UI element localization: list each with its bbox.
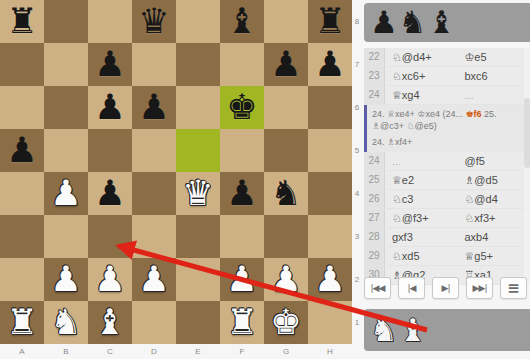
square-a2[interactable]: [0, 258, 44, 301]
square-b8[interactable]: [44, 0, 88, 43]
square-e1[interactable]: [176, 301, 220, 344]
square-g5[interactable]: [264, 129, 308, 172]
move-number: 22: [364, 48, 385, 66]
square-a5[interactable]: ♟: [0, 129, 44, 172]
black-rook-h8[interactable]: ♜: [308, 0, 352, 43]
nav-controls: |◀◀|◀▶|▶▶|≡: [364, 274, 524, 302]
white-pocket-tray: ♞♝: [364, 309, 530, 351]
square-e4[interactable]: ♛: [176, 172, 220, 215]
move-list: 22♘@d4+♔e523♘xc6+bxc624♕xg4...24. ♕xe4+ …: [364, 48, 530, 285]
white-move[interactable]: ♘xd5: [385, 247, 458, 265]
square-b6[interactable]: [44, 86, 88, 129]
white-move[interactable]: ♕e2: [385, 171, 458, 189]
rank-label-5: 5: [352, 129, 362, 172]
rank-label-8: 8: [352, 0, 362, 43]
black-move[interactable]: ♕g5+: [458, 247, 530, 265]
square-b2[interactable]: ♟: [44, 258, 88, 301]
white-move[interactable]: ♕xg4: [385, 86, 458, 104]
square-h6[interactable]: [308, 86, 352, 129]
square-c1[interactable]: ♝: [88, 301, 132, 344]
white-pawn-d2[interactable]: ♟: [132, 258, 176, 301]
square-d5[interactable]: [132, 129, 176, 172]
variation-alt[interactable]: 24. ♗xf4+: [372, 136, 525, 148]
square-b5[interactable]: [44, 129, 88, 172]
square-c5[interactable]: [88, 129, 132, 172]
square-e3[interactable]: [176, 215, 220, 258]
square-f8[interactable]: ♝: [220, 0, 264, 43]
first-button[interactable]: |◀◀: [364, 277, 391, 299]
square-h1[interactable]: [308, 301, 352, 344]
square-c6[interactable]: ♟: [88, 86, 132, 129]
square-c4[interactable]: ♟: [88, 172, 132, 215]
move-row-25: 25♕e2♗@d5: [364, 171, 530, 190]
move-number: 25: [364, 171, 385, 189]
file-label-A: A: [0, 343, 44, 359]
black-move[interactable]: ♘xf3+: [458, 209, 530, 227]
move-row-26: 26♘c3♘@d4: [364, 190, 530, 209]
white-move[interactable]: gxf3: [385, 228, 458, 246]
file-label-E: E: [176, 343, 220, 359]
square-h4[interactable]: [308, 172, 352, 215]
white-move[interactable]: ♘xc6+: [385, 67, 458, 85]
black-move[interactable]: ♘@d4: [458, 190, 530, 208]
move-row-27: 27♘@f3+♘xf3+: [364, 209, 530, 228]
square-c2[interactable]: ♟: [88, 258, 132, 301]
white-move[interactable]: ...: [385, 152, 458, 170]
move-row-22: 22♘@d4+♔e5: [364, 48, 530, 67]
black-pocket-tray: ♟♞♝: [364, 3, 530, 42]
black-move[interactable]: ...: [458, 86, 530, 104]
white-bishop-c1[interactable]: ♝: [88, 301, 132, 344]
rank-label-4: 4: [352, 172, 362, 215]
square-a3[interactable]: [0, 215, 44, 258]
variation-text[interactable]: 24. ♕xe4+ ♔xe4 (24...: [372, 109, 465, 119]
square-f1[interactable]: ♜: [220, 301, 264, 344]
black-pocket-pawn[interactable]: ♟: [370, 7, 398, 38]
square-g2[interactable]: ♟: [264, 258, 308, 301]
white-king-g1[interactable]: ♚: [264, 301, 308, 344]
white-knight-b1[interactable]: ♞: [44, 301, 88, 344]
square-h8[interactable]: ♜: [308, 0, 352, 43]
file-label-G: G: [264, 343, 308, 359]
move-number: 24: [364, 152, 385, 170]
black-pawn-c6[interactable]: ♟: [88, 86, 132, 129]
move-number: 28: [364, 228, 385, 246]
square-h7[interactable]: ♟: [308, 43, 352, 86]
square-d7[interactable]: [132, 43, 176, 86]
square-d2[interactable]: ♟: [132, 258, 176, 301]
rank-label-1: 1: [352, 301, 362, 344]
menu-button[interactable]: ≡: [500, 277, 527, 299]
square-f4[interactable]: ♟: [220, 172, 264, 215]
black-pawn-g7[interactable]: ♟: [264, 43, 308, 86]
white-move[interactable]: ♘@f3+: [385, 209, 458, 227]
chess-board: ♜♛♝♜♟♟♟♟♟♚♟♟♟♛♟♞♟♟♟♟♟♟♜♞♝♜♚: [0, 0, 352, 344]
white-move[interactable]: ♘@d4+: [385, 48, 458, 66]
move-number: 23: [364, 67, 385, 85]
square-g6[interactable]: [264, 86, 308, 129]
current-move[interactable]: ♚f6: [465, 109, 481, 119]
move-number: 26: [364, 190, 385, 208]
square-a7[interactable]: [0, 43, 44, 86]
square-c8[interactable]: [88, 0, 132, 43]
black-move[interactable]: axb4: [458, 228, 530, 246]
black-pawn-c4[interactable]: ♟: [88, 172, 132, 215]
square-f3[interactable]: [220, 215, 264, 258]
square-a4[interactable]: [0, 172, 44, 215]
square-d8[interactable]: ♛: [132, 0, 176, 43]
crazyhouse-analysis-app: ♜♛♝♜♟♟♟♟♟♚♟♟♟♛♟♞♟♟♟♟♟♟♜♞♝♜♚ 87654321 ABC…: [0, 0, 530, 359]
black-pocket-bishop[interactable]: ♝: [428, 7, 456, 38]
rank-label-7: 7: [352, 43, 362, 86]
square-d6[interactable]: ♟: [132, 86, 176, 129]
square-e5[interactable]: [176, 129, 220, 172]
black-pawn-f4[interactable]: ♟: [220, 172, 264, 215]
file-label-F: F: [220, 343, 264, 359]
square-e6[interactable]: [176, 86, 220, 129]
square-a8[interactable]: ♜: [0, 0, 44, 43]
white-pawn-b2[interactable]: ♟: [44, 258, 88, 301]
square-c7[interactable]: ♟: [88, 43, 132, 86]
square-b3[interactable]: [44, 215, 88, 258]
black-pocket-knight[interactable]: ♞: [399, 7, 427, 38]
white-pocket-bishop[interactable]: ♝: [399, 315, 427, 346]
square-f5[interactable]: [220, 129, 264, 172]
white-rook-f1[interactable]: ♜: [220, 301, 264, 344]
black-pawn-c7[interactable]: ♟: [88, 43, 132, 86]
next-button[interactable]: ▶|: [432, 277, 459, 299]
square-c3[interactable]: [88, 215, 132, 258]
square-b7[interactable]: [44, 43, 88, 86]
move-number: 24: [364, 86, 385, 104]
white-pawn-b4[interactable]: ♟: [44, 172, 88, 215]
file-label-H: H: [308, 343, 352, 359]
white-pawn-c2[interactable]: ♟: [88, 258, 132, 301]
black-bishop-f8[interactable]: ♝: [220, 0, 264, 43]
file-coordinates: ABCDEFGH: [0, 343, 352, 359]
variation-comment: 24. ♕xe4+ ♔xe4 (24... ♚f6 25. ♗@c3+ ♘@e5…: [364, 105, 530, 152]
square-d3[interactable]: [132, 215, 176, 258]
square-g4[interactable]: ♞: [264, 172, 308, 215]
square-g8[interactable]: [264, 0, 308, 43]
analysis-panel: ♟♞♝ 22♘@d4+♔e523♘xc6+bxc624♕xg4...24. ♕x…: [362, 0, 530, 359]
white-pocket-knight[interactable]: ♞: [370, 315, 398, 346]
move-number: 29: [364, 247, 385, 265]
black-move[interactable]: ♗@d5: [458, 171, 530, 189]
move-row-29: 29♘xd5♕g5+: [364, 247, 530, 266]
file-label-C: C: [88, 343, 132, 359]
square-e8[interactable]: [176, 0, 220, 43]
square-a1[interactable]: ♜: [0, 301, 44, 344]
move-number: 27: [364, 209, 385, 227]
black-move[interactable]: bxc6: [458, 67, 530, 85]
square-a6[interactable]: [0, 86, 44, 129]
white-pawn-g2[interactable]: ♟: [264, 258, 308, 301]
square-e7[interactable]: [176, 43, 220, 86]
square-h3[interactable]: [308, 215, 352, 258]
white-rook-a1[interactable]: ♜: [0, 301, 44, 344]
scrollbar-thumb[interactable]: [524, 98, 530, 168]
rank-label-3: 3: [352, 215, 362, 258]
square-g7[interactable]: ♟: [264, 43, 308, 86]
move-row-24: 24...@f5: [364, 152, 530, 171]
square-h5[interactable]: [308, 129, 352, 172]
previous-button[interactable]: |◀: [398, 277, 425, 299]
square-f2[interactable]: ♟: [220, 258, 264, 301]
square-f6[interactable]: ♚: [220, 86, 264, 129]
square-f7[interactable]: [220, 43, 264, 86]
file-label-D: D: [132, 343, 176, 359]
black-move[interactable]: @f5: [458, 152, 530, 170]
square-g3[interactable]: [264, 215, 308, 258]
square-g1[interactable]: ♚: [264, 301, 308, 344]
move-row-28: 28gxf3axb4: [364, 228, 530, 247]
last-button[interactable]: ▶▶|: [466, 277, 493, 299]
square-b4[interactable]: ♟: [44, 172, 88, 215]
white-pawn-f2[interactable]: ♟: [220, 258, 264, 301]
square-e2[interactable]: [176, 258, 220, 301]
black-move[interactable]: ♔e5: [458, 48, 530, 66]
square-b1[interactable]: ♞: [44, 301, 88, 344]
black-king-f6[interactable]: ♚: [220, 86, 264, 129]
square-d1[interactable]: [132, 301, 176, 344]
move-row-24: 24♕xg4...: [364, 86, 530, 105]
black-pawn-h7[interactable]: ♟: [308, 43, 352, 86]
move-list-scrollbar[interactable]: [524, 48, 530, 285]
square-h2[interactable]: ♟: [308, 258, 352, 301]
white-move[interactable]: ♘c3: [385, 190, 458, 208]
black-pawn-d6[interactable]: ♟: [132, 86, 176, 129]
black-queen-d8[interactable]: ♛: [132, 0, 176, 43]
black-pawn-a5[interactable]: ♟: [0, 129, 44, 172]
rank-coordinates: 87654321: [352, 0, 362, 344]
rank-label-6: 6: [352, 86, 362, 129]
white-queen-e4[interactable]: ♛: [176, 172, 220, 215]
square-d4[interactable]: [132, 172, 176, 215]
file-label-B: B: [44, 343, 88, 359]
white-pawn-h2[interactable]: ♟: [308, 258, 352, 301]
move-row-23: 23♘xc6+bxc6: [364, 67, 530, 86]
black-knight-g4[interactable]: ♞: [264, 172, 308, 215]
black-rook-a8[interactable]: ♜: [0, 0, 44, 43]
rank-label-2: 2: [352, 258, 362, 301]
